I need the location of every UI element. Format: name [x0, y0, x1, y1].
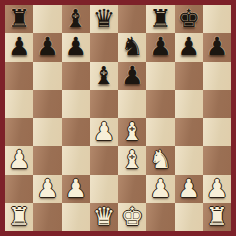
piece-white-bishop[interactable]: ♝ [121, 146, 143, 174]
square-f8[interactable]: ♜ [146, 5, 174, 33]
square-d1[interactable]: ♛ [90, 203, 118, 231]
square-d5[interactable] [90, 90, 118, 118]
square-b5[interactable] [33, 90, 61, 118]
square-a1[interactable]: ♜ [5, 203, 33, 231]
piece-white-pawn[interactable]: ♟ [8, 146, 30, 174]
piece-white-bishop[interactable]: ♝ [121, 118, 143, 146]
square-h2[interactable]: ♟ [203, 175, 231, 203]
square-h7[interactable]: ♟ [203, 33, 231, 61]
square-a5[interactable] [5, 90, 33, 118]
square-a8[interactable]: ♜ [5, 5, 33, 33]
piece-white-pawn[interactable]: ♟ [149, 175, 171, 203]
square-d2[interactable] [90, 175, 118, 203]
piece-black-pawn[interactable]: ♟ [149, 33, 171, 61]
square-g6[interactable] [175, 62, 203, 90]
piece-white-pawn[interactable]: ♟ [206, 175, 228, 203]
square-c3[interactable] [62, 146, 90, 174]
square-d7[interactable] [90, 33, 118, 61]
square-c1[interactable] [62, 203, 90, 231]
piece-black-bishop[interactable]: ♝ [93, 62, 115, 90]
square-c5[interactable] [62, 90, 90, 118]
square-b3[interactable] [33, 146, 61, 174]
square-f2[interactable]: ♟ [146, 175, 174, 203]
piece-black-pawn[interactable]: ♟ [64, 33, 86, 61]
square-b6[interactable] [33, 62, 61, 90]
square-h8[interactable] [203, 5, 231, 33]
piece-white-queen[interactable]: ♛ [93, 203, 115, 231]
square-a7[interactable]: ♟ [5, 33, 33, 61]
square-c6[interactable] [62, 62, 90, 90]
piece-black-pawn[interactable]: ♟ [121, 62, 143, 90]
square-g7[interactable]: ♟ [175, 33, 203, 61]
piece-white-king[interactable]: ♚ [121, 203, 143, 231]
piece-black-king[interactable]: ♚ [177, 5, 199, 33]
square-a6[interactable] [5, 62, 33, 90]
square-h1[interactable]: ♜ [203, 203, 231, 231]
piece-black-pawn[interactable]: ♟ [8, 33, 30, 61]
square-b8[interactable] [33, 5, 61, 33]
piece-white-knight[interactable]: ♞ [149, 146, 171, 174]
square-g3[interactable] [175, 146, 203, 174]
piece-black-pawn[interactable]: ♟ [206, 33, 228, 61]
square-h3[interactable] [203, 146, 231, 174]
chess-board-frame: ♜♝♛♜♚♟♟♟♞♟♟♟♝♟♟♝♟♝♞♟♟♟♟♟♜♛♚♜ [0, 0, 236, 236]
square-c2[interactable]: ♟ [62, 175, 90, 203]
square-c8[interactable]: ♝ [62, 5, 90, 33]
square-f3[interactable]: ♞ [146, 146, 174, 174]
piece-black-pawn[interactable]: ♟ [36, 33, 58, 61]
square-b4[interactable] [33, 118, 61, 146]
square-b7[interactable]: ♟ [33, 33, 61, 61]
square-d3[interactable] [90, 146, 118, 174]
square-f4[interactable] [146, 118, 174, 146]
square-e6[interactable]: ♟ [118, 62, 146, 90]
chess-board: ♜♝♛♜♚♟♟♟♞♟♟♟♝♟♟♝♟♝♞♟♟♟♟♟♜♛♚♜ [5, 5, 231, 231]
piece-black-pawn[interactable]: ♟ [177, 33, 199, 61]
piece-black-bishop[interactable]: ♝ [64, 5, 86, 33]
square-h5[interactable] [203, 90, 231, 118]
square-e5[interactable] [118, 90, 146, 118]
square-b1[interactable] [33, 203, 61, 231]
square-e3[interactable]: ♝ [118, 146, 146, 174]
square-a2[interactable] [5, 175, 33, 203]
square-g8[interactable]: ♚ [175, 5, 203, 33]
piece-black-rook[interactable]: ♜ [149, 5, 171, 33]
square-a4[interactable] [5, 118, 33, 146]
square-d4[interactable]: ♟ [90, 118, 118, 146]
piece-white-rook[interactable]: ♜ [8, 203, 30, 231]
square-h4[interactable] [203, 118, 231, 146]
square-g2[interactable]: ♟ [175, 175, 203, 203]
square-e7[interactable]: ♞ [118, 33, 146, 61]
square-g1[interactable] [175, 203, 203, 231]
square-c7[interactable]: ♟ [62, 33, 90, 61]
piece-white-pawn[interactable]: ♟ [177, 175, 199, 203]
piece-white-pawn[interactable]: ♟ [36, 175, 58, 203]
square-d8[interactable]: ♛ [90, 5, 118, 33]
piece-black-queen[interactable]: ♛ [93, 5, 115, 33]
square-g5[interactable] [175, 90, 203, 118]
square-d6[interactable]: ♝ [90, 62, 118, 90]
piece-black-knight[interactable]: ♞ [121, 33, 143, 61]
square-e8[interactable] [118, 5, 146, 33]
piece-white-pawn[interactable]: ♟ [93, 118, 115, 146]
square-f7[interactable]: ♟ [146, 33, 174, 61]
square-f5[interactable] [146, 90, 174, 118]
piece-black-rook[interactable]: ♜ [8, 5, 30, 33]
square-h6[interactable] [203, 62, 231, 90]
piece-white-pawn[interactable]: ♟ [64, 175, 86, 203]
square-e2[interactable] [118, 175, 146, 203]
square-e1[interactable]: ♚ [118, 203, 146, 231]
square-a3[interactable]: ♟ [5, 146, 33, 174]
piece-white-rook[interactable]: ♜ [206, 203, 228, 231]
square-c4[interactable] [62, 118, 90, 146]
square-b2[interactable]: ♟ [33, 175, 61, 203]
square-g4[interactable] [175, 118, 203, 146]
square-e4[interactable]: ♝ [118, 118, 146, 146]
square-f6[interactable] [146, 62, 174, 90]
square-f1[interactable] [146, 203, 174, 231]
